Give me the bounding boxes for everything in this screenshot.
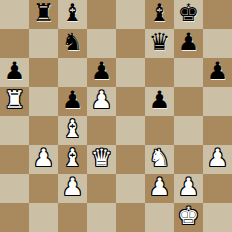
white-pawn-piece[interactable]: ♟ <box>178 173 200 202</box>
chess-board: ♜♝♝♚♞♛♟♟♟♟♜♟♟♟♝♟♝♛♞♟♟♟♟♚ <box>0 0 232 232</box>
black-pawn-piece[interactable]: ♟ <box>178 28 200 57</box>
white-knight-piece[interactable]: ♞ <box>149 144 171 173</box>
square-d3[interactable]: ♛ <box>87 145 116 174</box>
square-a8[interactable] <box>0 0 29 29</box>
square-c2[interactable]: ♟ <box>58 174 87 203</box>
white-pawn-piece[interactable]: ♟ <box>33 144 55 173</box>
black-rook-piece[interactable]: ♜ <box>33 0 55 28</box>
black-bishop-piece[interactable]: ♝ <box>149 0 171 28</box>
black-pawn-piece[interactable]: ♟ <box>149 86 171 115</box>
square-b7[interactable] <box>29 29 58 58</box>
square-h2[interactable] <box>203 174 232 203</box>
white-bishop-piece[interactable]: ♝ <box>62 115 84 144</box>
square-f4[interactable] <box>145 116 174 145</box>
square-e8[interactable] <box>116 0 145 29</box>
white-bishop-piece[interactable]: ♝ <box>62 144 84 173</box>
square-h4[interactable] <box>203 116 232 145</box>
square-g1[interactable]: ♚ <box>174 203 203 232</box>
square-e3[interactable] <box>116 145 145 174</box>
square-c6[interactable] <box>58 58 87 87</box>
square-b4[interactable] <box>29 116 58 145</box>
square-a3[interactable] <box>0 145 29 174</box>
square-d2[interactable] <box>87 174 116 203</box>
black-queen-piece[interactable]: ♛ <box>149 28 171 57</box>
square-h5[interactable] <box>203 87 232 116</box>
square-g8[interactable]: ♚ <box>174 0 203 29</box>
square-g4[interactable] <box>174 116 203 145</box>
white-pawn-piece[interactable]: ♟ <box>91 86 113 115</box>
square-a5[interactable]: ♜ <box>0 87 29 116</box>
square-e6[interactable] <box>116 58 145 87</box>
square-b1[interactable] <box>29 203 58 232</box>
square-f3[interactable]: ♞ <box>145 145 174 174</box>
square-h8[interactable] <box>203 0 232 29</box>
black-pawn-piece[interactable]: ♟ <box>91 57 113 86</box>
white-queen-piece[interactable]: ♛ <box>91 144 113 173</box>
square-f1[interactable] <box>145 203 174 232</box>
square-c4[interactable]: ♝ <box>58 116 87 145</box>
square-c3[interactable]: ♝ <box>58 145 87 174</box>
square-a4[interactable] <box>0 116 29 145</box>
square-g7[interactable]: ♟ <box>174 29 203 58</box>
square-c8[interactable]: ♝ <box>58 0 87 29</box>
square-b5[interactable] <box>29 87 58 116</box>
square-h6[interactable]: ♟ <box>203 58 232 87</box>
black-king-piece[interactable]: ♚ <box>178 0 200 28</box>
square-e1[interactable] <box>116 203 145 232</box>
square-b8[interactable]: ♜ <box>29 0 58 29</box>
square-d5[interactable]: ♟ <box>87 87 116 116</box>
square-e2[interactable] <box>116 174 145 203</box>
white-rook-piece[interactable]: ♜ <box>4 86 26 115</box>
square-d4[interactable] <box>87 116 116 145</box>
black-pawn-piece[interactable]: ♟ <box>207 57 229 86</box>
square-a1[interactable] <box>0 203 29 232</box>
square-d7[interactable] <box>87 29 116 58</box>
square-g3[interactable] <box>174 145 203 174</box>
square-f7[interactable]: ♛ <box>145 29 174 58</box>
square-f8[interactable]: ♝ <box>145 0 174 29</box>
white-king-piece[interactable]: ♚ <box>178 202 200 231</box>
square-d8[interactable] <box>87 0 116 29</box>
square-e7[interactable] <box>116 29 145 58</box>
black-bishop-piece[interactable]: ♝ <box>62 0 84 28</box>
square-e5[interactable] <box>116 87 145 116</box>
square-e4[interactable] <box>116 116 145 145</box>
square-b6[interactable] <box>29 58 58 87</box>
square-a7[interactable] <box>0 29 29 58</box>
square-d1[interactable] <box>87 203 116 232</box>
black-knight-piece[interactable]: ♞ <box>62 28 84 57</box>
square-f2[interactable]: ♟ <box>145 174 174 203</box>
square-a6[interactable]: ♟ <box>0 58 29 87</box>
square-h3[interactable]: ♟ <box>203 145 232 174</box>
square-f6[interactable] <box>145 58 174 87</box>
square-h1[interactable] <box>203 203 232 232</box>
square-g6[interactable] <box>174 58 203 87</box>
square-g5[interactable] <box>174 87 203 116</box>
square-d6[interactable]: ♟ <box>87 58 116 87</box>
square-a2[interactable] <box>0 174 29 203</box>
black-pawn-piece[interactable]: ♟ <box>4 57 26 86</box>
square-g2[interactable]: ♟ <box>174 174 203 203</box>
black-pawn-piece[interactable]: ♟ <box>62 86 84 115</box>
square-b2[interactable] <box>29 174 58 203</box>
square-c5[interactable]: ♟ <box>58 87 87 116</box>
square-h7[interactable] <box>203 29 232 58</box>
white-pawn-piece[interactable]: ♟ <box>149 173 171 202</box>
square-c1[interactable] <box>58 203 87 232</box>
square-c7[interactable]: ♞ <box>58 29 87 58</box>
square-b3[interactable]: ♟ <box>29 145 58 174</box>
square-f5[interactable]: ♟ <box>145 87 174 116</box>
white-pawn-piece[interactable]: ♟ <box>207 144 229 173</box>
white-pawn-piece[interactable]: ♟ <box>62 173 84 202</box>
